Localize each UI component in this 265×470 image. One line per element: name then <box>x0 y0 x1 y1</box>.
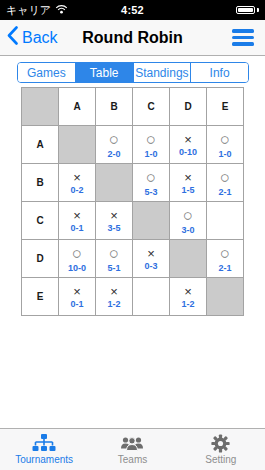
status-bar: キャリア 4:52 <box>0 0 265 20</box>
column-header-E: E <box>207 88 244 126</box>
loss-cross-icon: × <box>110 209 118 222</box>
tab-label: Setting <box>205 455 236 465</box>
loss-cross-icon: × <box>147 247 155 260</box>
column-header-A: A <box>59 88 96 126</box>
loss-cross-icon: × <box>73 285 81 298</box>
result-cell-DB[interactable]: ○5-1 <box>96 240 133 278</box>
win-circle-icon: ○ <box>146 131 156 148</box>
result-cell-AC[interactable]: ○1-0 <box>133 126 170 164</box>
tab-teams[interactable]: Teams <box>88 429 176 470</box>
row-header-C: C <box>22 202 59 240</box>
score-label: 0-3 <box>144 262 157 271</box>
diagonal-cell <box>207 278 244 316</box>
win-circle-icon: ○ <box>220 245 230 262</box>
back-button[interactable]: Back <box>7 20 58 55</box>
score-label: 2-1 <box>218 188 231 197</box>
win-circle-icon: ○ <box>220 131 230 148</box>
loss-cross-icon: × <box>73 209 81 222</box>
win-circle-icon: ○ <box>72 245 82 262</box>
result-cell-DA[interactable]: ○10-0 <box>59 240 96 278</box>
win-circle-icon: ○ <box>220 169 230 186</box>
result-cell-CA[interactable]: ×0-1 <box>59 202 96 240</box>
score-label: 5-1 <box>107 264 120 273</box>
result-cell-AB[interactable]: ○2-0 <box>96 126 133 164</box>
win-circle-icon: ○ <box>146 169 156 186</box>
clock: 4:52 <box>121 4 144 16</box>
column-header-B: B <box>96 88 133 126</box>
result-cell-CD[interactable]: ○3-0 <box>170 202 207 240</box>
score-label: 1-2 <box>181 300 194 309</box>
score-label: 5-3 <box>144 188 157 197</box>
score-label: 0-1 <box>70 224 83 233</box>
teams-people-icon <box>120 435 144 453</box>
row-header-A: A <box>22 126 59 164</box>
result-cell-AD[interactable]: ×0-10 <box>170 126 207 164</box>
battery-icon <box>236 6 259 14</box>
tab-info[interactable]: Info <box>190 63 248 82</box>
result-cell-BA[interactable]: ×0-2 <box>59 164 96 202</box>
tab-games[interactable]: Games <box>18 63 75 82</box>
result-cell-BC[interactable]: ○5-3 <box>133 164 170 202</box>
hamburger-bar <box>232 36 254 40</box>
diagonal-cell <box>133 202 170 240</box>
loss-cross-icon: × <box>73 171 81 184</box>
tab-setting[interactable]: Setting <box>177 429 265 470</box>
settings-gear-icon <box>211 434 230 453</box>
score-label: 1-5 <box>181 186 194 195</box>
bottom-tab-bar: Tournaments Teams <box>0 428 265 470</box>
score-label: 2-0 <box>107 150 120 159</box>
result-cell-BE[interactable]: ○2-1 <box>207 164 244 202</box>
result-cell-DC[interactable]: ×0-3 <box>133 240 170 278</box>
result-cell-ED[interactable]: ×1-2 <box>170 278 207 316</box>
row-header-E: E <box>22 278 59 316</box>
view-segmented-control: Games Table Standings Info <box>17 62 249 83</box>
nav-bar: Back Round Robin <box>0 20 265 56</box>
hamburger-menu-button[interactable] <box>232 20 254 55</box>
corner-cell <box>22 88 59 126</box>
score-label: 1-2 <box>107 300 120 309</box>
wifi-icon <box>55 4 68 16</box>
score-label: 0-2 <box>70 186 83 195</box>
empty-result-cell-CE[interactable] <box>207 202 244 240</box>
tournaments-bracket-icon <box>32 434 56 453</box>
score-label: 1-0 <box>144 150 157 159</box>
back-label: Back <box>22 29 58 47</box>
results-grid: ABCDEA○2-0○1-0×0-10○1-0B×0-2○5-3×1-5○2-1… <box>21 87 244 316</box>
loss-cross-icon: × <box>184 171 192 184</box>
win-circle-icon: ○ <box>183 207 193 224</box>
loss-cross-icon: × <box>110 285 118 298</box>
row-header-B: B <box>22 164 59 202</box>
hamburger-bar <box>232 29 254 33</box>
carrier-label: キャリア <box>6 3 51 18</box>
score-label: 3-5 <box>107 224 120 233</box>
win-circle-icon: ○ <box>109 245 119 262</box>
score-label: 2-1 <box>218 264 231 273</box>
score-label: 0-1 <box>70 300 83 309</box>
result-cell-DE[interactable]: ○2-1 <box>207 240 244 278</box>
diagonal-cell <box>170 240 207 278</box>
column-header-C: C <box>133 88 170 126</box>
result-cell-EB[interactable]: ×1-2 <box>96 278 133 316</box>
result-cell-AE[interactable]: ○1-0 <box>207 126 244 164</box>
tab-label: Teams <box>118 455 147 465</box>
back-chevron-icon <box>7 26 18 49</box>
tab-tournaments[interactable]: Tournaments <box>0 429 88 470</box>
diagonal-cell <box>96 164 133 202</box>
empty-result-cell-EC[interactable] <box>133 278 170 316</box>
score-label: 3-0 <box>181 226 194 235</box>
win-circle-icon: ○ <box>109 131 119 148</box>
diagonal-cell <box>59 126 96 164</box>
loss-cross-icon: × <box>184 133 192 146</box>
row-header-D: D <box>22 240 59 278</box>
score-label: 1-0 <box>218 150 231 159</box>
tab-standings[interactable]: Standings <box>133 63 191 82</box>
tab-table[interactable]: Table <box>75 63 133 82</box>
column-header-D: D <box>170 88 207 126</box>
result-cell-CB[interactable]: ×3-5 <box>96 202 133 240</box>
loss-cross-icon: × <box>184 285 192 298</box>
result-cell-EA[interactable]: ×0-1 <box>59 278 96 316</box>
hamburger-bar <box>232 42 254 46</box>
score-label: 0-10 <box>179 148 197 157</box>
tab-label: Tournaments <box>15 455 73 465</box>
score-label: 10-0 <box>68 264 86 273</box>
result-cell-BD[interactable]: ×1-5 <box>170 164 207 202</box>
